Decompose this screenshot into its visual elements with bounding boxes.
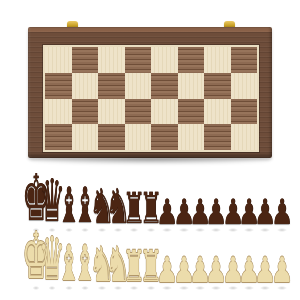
chess-piece-dark-rook: ♜ [130, 187, 140, 230]
board-square-dark [204, 73, 231, 99]
board-square-dark [125, 47, 152, 73]
board-square-light [204, 47, 231, 73]
chess-piece-dark-pawn: ♟ [161, 195, 173, 230]
chess-piece-dark-pawn: ♟ [178, 195, 190, 230]
board-square-light [204, 99, 231, 125]
board-square-light [98, 47, 125, 73]
dark-pieces-row: ♚♛♝♝♞♞♜♜♟♟♟♟♟♟♟♟ [28, 178, 290, 230]
chess-piece-light-queen: ♛ [48, 229, 56, 288]
chess-piece-dark-bishop: ♝ [64, 181, 73, 230]
board-square-light [231, 73, 258, 99]
board-square-dark [178, 99, 205, 125]
board-square-light [125, 73, 152, 99]
board-square-dark [45, 124, 72, 150]
board-square-light [178, 124, 205, 150]
board-square-dark [204, 124, 231, 150]
board-square-light [72, 124, 99, 150]
chess-piece-light-rook: ♜ [130, 245, 140, 288]
board-square-dark [45, 73, 72, 99]
light-pieces-row: ♚♛♝♝♞♞♜♜♟♟♟♟♟♟♟♟ [28, 236, 290, 288]
board-square-light [45, 47, 72, 73]
board-square-dark [151, 124, 178, 150]
chess-piece-light-rook: ♜ [146, 245, 156, 288]
chess-piece-dark-pawn: ♟ [260, 195, 272, 230]
folded-chess-board [28, 27, 272, 158]
board-square-dark [125, 99, 152, 125]
chess-piece-light-pawn: ♟ [211, 253, 223, 288]
board-square-dark [72, 47, 99, 73]
chess-piece-light-pawn: ♟ [178, 253, 190, 288]
chess-piece-light-knight: ♞ [113, 240, 123, 288]
board-shadow [31, 157, 269, 164]
chessboard-grid [43, 45, 259, 152]
board-square-dark [231, 99, 258, 125]
board-square-light [45, 99, 72, 125]
board-square-dark [72, 99, 99, 125]
board-square-dark [178, 47, 205, 73]
chess-piece-dark-knight: ♞ [113, 182, 123, 230]
board-square-dark [98, 124, 125, 150]
chess-piece-dark-rook: ♜ [146, 187, 156, 230]
chess-piece-light-bishop: ♝ [64, 239, 73, 288]
chess-set-product-photo: ♚♛♝♝♞♞♜♜♟♟♟♟♟♟♟♟ ♚♛♝♝♞♞♜♜♟♟♟♟♟♟♟♟ [0, 0, 300, 300]
chess-piece-dark-pawn: ♟ [276, 195, 288, 230]
board-square-dark [151, 73, 178, 99]
board-square-light [178, 73, 205, 99]
board-square-light [151, 47, 178, 73]
chess-piece-light-pawn: ♟ [260, 253, 272, 288]
board-square-light [98, 99, 125, 125]
chess-piece-light-pawn: ♟ [161, 253, 173, 288]
chess-piece-dark-pawn: ♟ [211, 195, 223, 230]
board-square-light [231, 124, 258, 150]
board-square-dark [98, 73, 125, 99]
board-square-light [72, 73, 99, 99]
board-square-light [125, 124, 152, 150]
board-square-dark [231, 47, 258, 73]
board-square-light [151, 99, 178, 125]
chess-piece-light-pawn: ♟ [276, 253, 288, 288]
